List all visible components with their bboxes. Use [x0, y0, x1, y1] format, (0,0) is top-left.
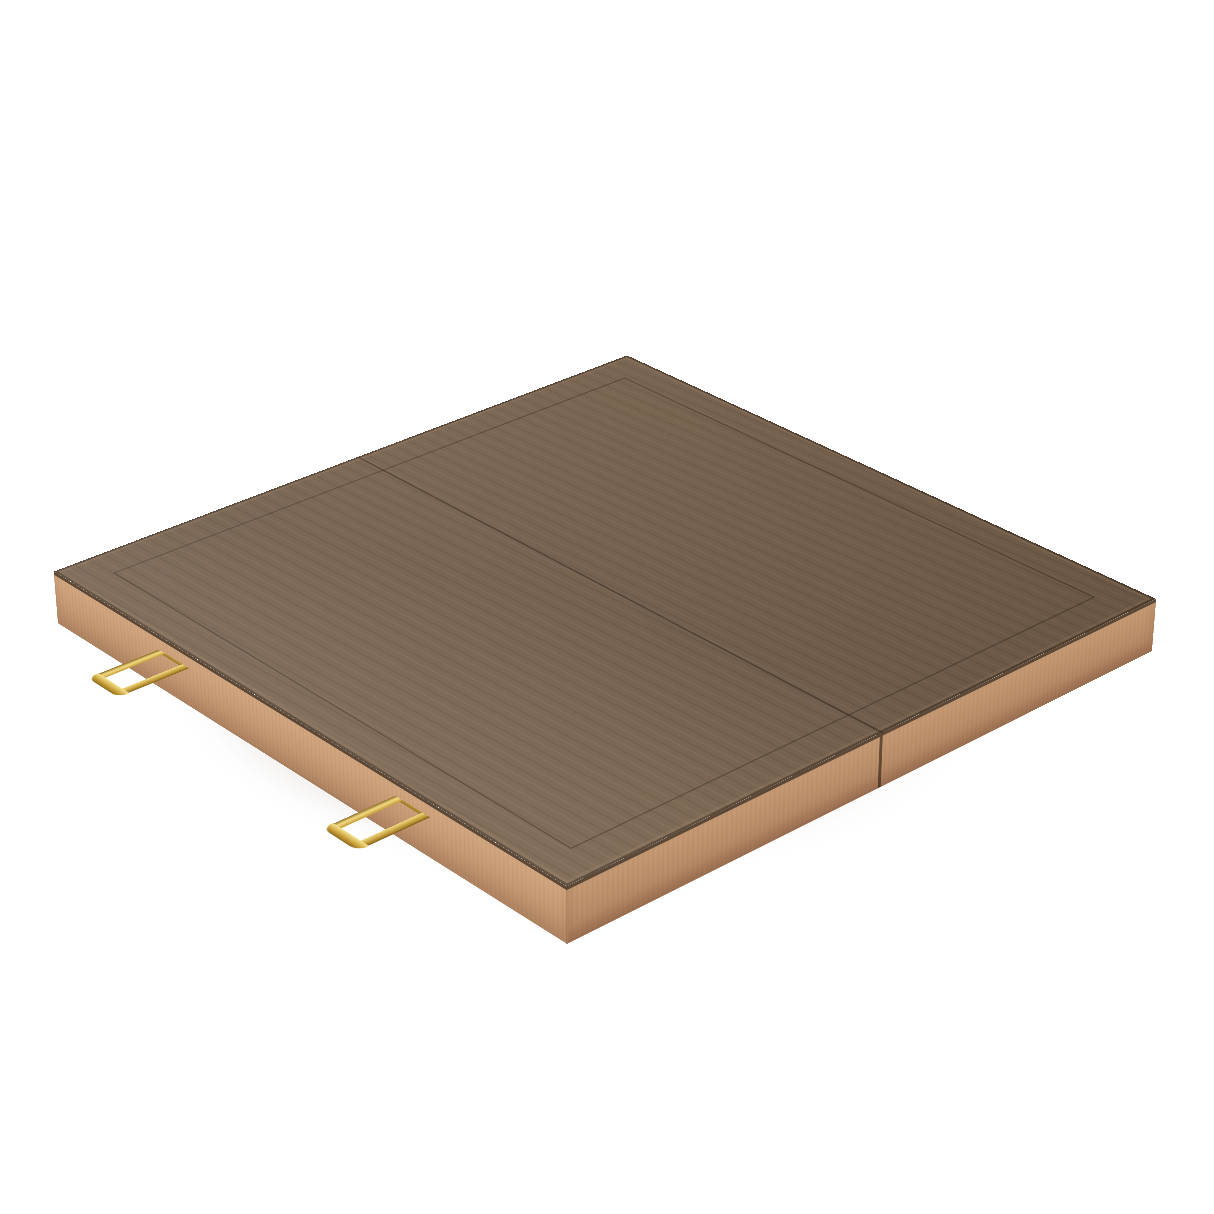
board-top	[54, 355, 1156, 886]
product-photo	[0, 0, 1214, 1214]
board-grid	[115, 379, 1092, 848]
scene	[0, 0, 1214, 1214]
fold-seam-edge	[878, 736, 883, 789]
chess-board	[54, 355, 1156, 886]
